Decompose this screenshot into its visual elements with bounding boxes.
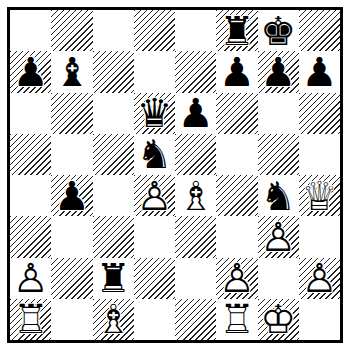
square-g4[interactable]: ♞ bbox=[258, 175, 299, 216]
square-c1[interactable]: ♝♗ bbox=[93, 299, 134, 340]
piece-white-pawn-h2-outline: ♙ bbox=[299, 258, 340, 299]
square-h2[interactable]: ♟♙ bbox=[299, 258, 340, 299]
square-h1[interactable] bbox=[299, 299, 340, 340]
square-b1[interactable] bbox=[51, 299, 92, 340]
piece-white-bishop-c1: ♝ bbox=[93, 299, 134, 340]
square-f1[interactable]: ♜♖ bbox=[216, 299, 257, 340]
square-b3[interactable] bbox=[51, 216, 92, 257]
square-d5[interactable]: ♞ bbox=[134, 134, 175, 175]
square-g6[interactable] bbox=[258, 93, 299, 134]
square-g3[interactable]: ♟♙ bbox=[258, 216, 299, 257]
square-f5[interactable] bbox=[216, 134, 257, 175]
piece-black-rook-c2: ♜ bbox=[93, 258, 134, 299]
square-b8[interactable] bbox=[51, 10, 92, 51]
square-c5[interactable] bbox=[93, 134, 134, 175]
piece-white-queen-h4: ♛ bbox=[299, 175, 340, 216]
piece-black-pawn-e6: ♟ bbox=[175, 93, 216, 134]
square-f8[interactable]: ♜ bbox=[216, 10, 257, 51]
piece-black-king-g8: ♚ bbox=[258, 10, 299, 51]
square-b2[interactable] bbox=[51, 258, 92, 299]
square-f7[interactable]: ♟ bbox=[216, 51, 257, 92]
square-h3[interactable] bbox=[299, 216, 340, 257]
piece-white-king-g1-outline: ♔ bbox=[258, 299, 299, 340]
square-d1[interactable] bbox=[134, 299, 175, 340]
square-d2[interactable] bbox=[134, 258, 175, 299]
square-g1[interactable]: ♚♔ bbox=[258, 299, 299, 340]
square-e5[interactable] bbox=[175, 134, 216, 175]
piece-white-rook-a1: ♜ bbox=[10, 299, 51, 340]
piece-white-pawn-f2: ♟ bbox=[216, 258, 257, 299]
piece-black-rook-f8: ♜ bbox=[216, 10, 257, 51]
square-h5[interactable] bbox=[299, 134, 340, 175]
square-b7[interactable]: ♝ bbox=[51, 51, 92, 92]
square-d6[interactable]: ♛ bbox=[134, 93, 175, 134]
piece-black-pawn-b4: ♟ bbox=[51, 175, 92, 216]
piece-white-pawn-g3: ♟ bbox=[258, 216, 299, 257]
piece-black-pawn-f7: ♟ bbox=[216, 51, 257, 92]
square-a4[interactable] bbox=[10, 175, 51, 216]
square-e8[interactable] bbox=[175, 10, 216, 51]
square-c4[interactable] bbox=[93, 175, 134, 216]
piece-black-pawn-g7: ♟ bbox=[258, 51, 299, 92]
piece-black-queen-d6: ♛ bbox=[134, 93, 175, 134]
square-g2[interactable] bbox=[258, 258, 299, 299]
square-e4[interactable]: ♝♗ bbox=[175, 175, 216, 216]
square-f2[interactable]: ♟♙ bbox=[216, 258, 257, 299]
square-a6[interactable] bbox=[10, 93, 51, 134]
square-h6[interactable] bbox=[299, 93, 340, 134]
piece-white-king-g1: ♚ bbox=[258, 299, 299, 340]
square-b6[interactable] bbox=[51, 93, 92, 134]
square-h7[interactable]: ♟ bbox=[299, 51, 340, 92]
square-d8[interactable] bbox=[134, 10, 175, 51]
piece-black-knight-d5: ♞ bbox=[134, 134, 175, 175]
square-b4[interactable]: ♟ bbox=[51, 175, 92, 216]
square-d4[interactable]: ♟♙ bbox=[134, 175, 175, 216]
square-d3[interactable] bbox=[134, 216, 175, 257]
piece-white-pawn-g3-outline: ♙ bbox=[258, 216, 299, 257]
chess-diagram: ♜♚♟♝♟♟♟♛♟♞♟♟♙♝♗♞♛♕♟♙♟♙♜♟♙♟♙♜♖♝♗♜♖♚♔ bbox=[0, 0, 350, 350]
square-c3[interactable] bbox=[93, 216, 134, 257]
square-g5[interactable] bbox=[258, 134, 299, 175]
piece-white-rook-a1-outline: ♖ bbox=[10, 299, 51, 340]
piece-white-pawn-f2-outline: ♙ bbox=[216, 258, 257, 299]
piece-black-bishop-b7: ♝ bbox=[51, 51, 92, 92]
square-c2[interactable]: ♜ bbox=[93, 258, 134, 299]
square-f4[interactable] bbox=[216, 175, 257, 216]
square-a3[interactable] bbox=[10, 216, 51, 257]
square-f3[interactable] bbox=[216, 216, 257, 257]
piece-white-bishop-e4-outline: ♗ bbox=[175, 175, 216, 216]
square-h8[interactable] bbox=[299, 10, 340, 51]
square-a2[interactable]: ♟♙ bbox=[10, 258, 51, 299]
square-e3[interactable] bbox=[175, 216, 216, 257]
square-e1[interactable] bbox=[175, 299, 216, 340]
square-a1[interactable]: ♜♖ bbox=[10, 299, 51, 340]
square-h4[interactable]: ♛♕ bbox=[299, 175, 340, 216]
piece-white-queen-h4-outline: ♕ bbox=[299, 175, 340, 216]
piece-white-pawn-d4-outline: ♙ bbox=[134, 175, 175, 216]
square-g7[interactable]: ♟ bbox=[258, 51, 299, 92]
piece-white-pawn-h2: ♟ bbox=[299, 258, 340, 299]
chess-board: ♜♚♟♝♟♟♟♛♟♞♟♟♙♝♗♞♛♕♟♙♟♙♜♟♙♟♙♜♖♝♗♜♖♚♔ bbox=[7, 7, 343, 343]
piece-white-pawn-a2-outline: ♙ bbox=[10, 258, 51, 299]
piece-black-knight-g4: ♞ bbox=[258, 175, 299, 216]
square-g8[interactable]: ♚ bbox=[258, 10, 299, 51]
square-a8[interactable] bbox=[10, 10, 51, 51]
piece-white-rook-f1-outline: ♖ bbox=[216, 299, 257, 340]
square-e7[interactable] bbox=[175, 51, 216, 92]
piece-white-rook-f1: ♜ bbox=[216, 299, 257, 340]
piece-white-pawn-d4: ♟ bbox=[134, 175, 175, 216]
square-e2[interactable] bbox=[175, 258, 216, 299]
piece-black-pawn-a7: ♟ bbox=[10, 51, 51, 92]
square-f6[interactable] bbox=[216, 93, 257, 134]
square-b5[interactable] bbox=[51, 134, 92, 175]
piece-white-bishop-c1-outline: ♗ bbox=[93, 299, 134, 340]
square-a7[interactable]: ♟ bbox=[10, 51, 51, 92]
piece-black-pawn-h7: ♟ bbox=[299, 51, 340, 92]
square-c8[interactable] bbox=[93, 10, 134, 51]
square-a5[interactable] bbox=[10, 134, 51, 175]
square-e6[interactable]: ♟ bbox=[175, 93, 216, 134]
piece-white-bishop-e4: ♝ bbox=[175, 175, 216, 216]
square-c6[interactable] bbox=[93, 93, 134, 134]
piece-white-pawn-a2: ♟ bbox=[10, 258, 51, 299]
square-c7[interactable] bbox=[93, 51, 134, 92]
square-d7[interactable] bbox=[134, 51, 175, 92]
